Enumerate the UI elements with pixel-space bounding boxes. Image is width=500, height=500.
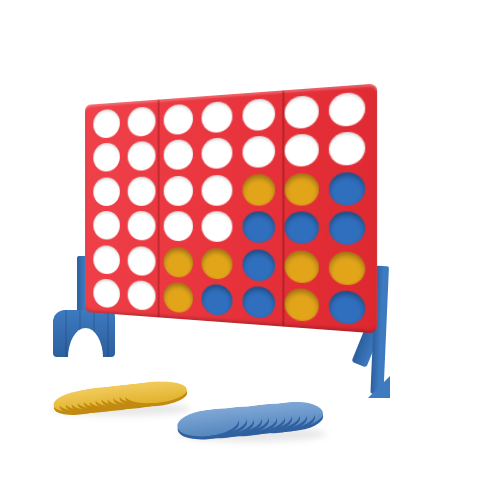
board-cell-c6-r2[interactable] [279, 130, 323, 170]
board-cell-c1-r2[interactable] [90, 140, 124, 175]
blue-disc-in-board [202, 284, 233, 316]
empty-hole [128, 211, 156, 240]
board-cell-c2-r2[interactable] [124, 138, 160, 174]
board-cell-c4-r1[interactable] [198, 97, 238, 136]
board-cell-c3-r1[interactable] [160, 100, 198, 138]
product-photo-stage [0, 0, 500, 500]
yellow-disc-in-board [329, 251, 365, 285]
empty-hole [202, 138, 233, 170]
empty-hole [128, 280, 156, 311]
yellow-disc-in-board [202, 248, 233, 280]
board-cell-c6-r6[interactable] [279, 285, 323, 326]
empty-hole [164, 175, 193, 205]
yellow-disc-in-board [284, 288, 318, 322]
empty-hole [164, 139, 193, 170]
empty-hole [202, 101, 233, 133]
board-cell-c1-r4[interactable] [90, 209, 124, 243]
empty-hole [164, 103, 193, 135]
board-cell-c7-r5[interactable] [324, 248, 371, 289]
board-cell-c5-r1[interactable] [238, 94, 280, 134]
yellow-disc-in-board [164, 247, 193, 278]
panel-seam-right [282, 90, 284, 326]
board-cell-c1-r1[interactable] [90, 105, 124, 141]
panel-seam-left [158, 100, 160, 318]
empty-hole [202, 175, 233, 206]
blue-disc-in-board [242, 212, 274, 244]
board-cell-c2-r4[interactable] [124, 209, 160, 244]
empty-hole [93, 245, 120, 274]
empty-hole [93, 177, 120, 206]
board-cell-c6-r5[interactable] [279, 247, 323, 287]
empty-hole [329, 91, 365, 126]
blue-disc-in-board [242, 249, 274, 282]
board-cell-c3-r4[interactable] [160, 209, 198, 245]
board-cell-c7-r4[interactable] [324, 209, 371, 249]
empty-hole [93, 143, 120, 172]
board-cell-c3-r5[interactable] [160, 244, 198, 281]
board-cell-c5-r3[interactable] [238, 170, 280, 208]
yellow-disc-in-board [164, 282, 193, 314]
board-cell-c2-r5[interactable] [124, 243, 160, 279]
board-cell-c7-r6[interactable] [324, 287, 371, 329]
left-foot-arch-cutout [68, 328, 103, 357]
empty-hole [164, 211, 193, 241]
board-cell-c7-r2[interactable] [324, 128, 371, 169]
board-cell-c2-r6[interactable] [124, 277, 160, 314]
board-cell-c2-r3[interactable] [124, 173, 160, 208]
board-cell-c1-r6[interactable] [90, 276, 124, 312]
yellow-disc-in-board [284, 173, 318, 206]
board-cell-c7-r1[interactable] [324, 88, 371, 130]
board-cell-c3-r3[interactable] [160, 172, 198, 208]
board-cell-c4-r6[interactable] [198, 281, 238, 320]
empty-hole [128, 141, 156, 171]
board-cell-c5-r2[interactable] [238, 132, 280, 171]
empty-hole [93, 211, 120, 240]
empty-hole [284, 95, 318, 129]
board-cell-c6-r1[interactable] [279, 91, 323, 132]
board-cell-c6-r4[interactable] [279, 209, 323, 248]
empty-hole [284, 134, 318, 168]
board-grid [85, 84, 377, 334]
board-cell-c5-r6[interactable] [238, 283, 280, 323]
board-cell-c1-r5[interactable] [90, 242, 124, 277]
board-cell-c4-r4[interactable] [198, 209, 238, 246]
empty-hole [93, 279, 120, 309]
board-cell-c2-r1[interactable] [124, 103, 160, 140]
empty-hole [242, 136, 274, 169]
board-cell-c4-r5[interactable] [198, 245, 238, 283]
empty-hole [329, 132, 365, 166]
empty-hole [242, 98, 274, 131]
board-cell-c3-r2[interactable] [160, 136, 198, 173]
board-cell-c3-r6[interactable] [160, 279, 198, 317]
board-cell-c1-r3[interactable] [90, 174, 124, 208]
blue-disc-in-board [329, 290, 365, 325]
yellow-disc-in-board [284, 250, 318, 284]
board-cell-c4-r3[interactable] [198, 171, 238, 208]
board-cell-c7-r3[interactable] [324, 168, 371, 208]
yellow-disc-in-board [242, 174, 274, 206]
empty-hole [93, 108, 120, 138]
board-cell-c4-r2[interactable] [198, 134, 238, 172]
board-cell-c6-r3[interactable] [279, 169, 323, 208]
empty-hole [128, 176, 156, 205]
blue-disc-in-board [242, 286, 274, 319]
blue-disc-in-board [329, 172, 365, 206]
blue-disc-in-board [329, 212, 365, 246]
empty-hole [128, 246, 156, 276]
blue-disc-in-board [284, 212, 318, 245]
empty-hole [202, 211, 233, 242]
board-cell-c5-r4[interactable] [238, 209, 280, 247]
left-arch-foot [53, 310, 115, 357]
connect-four-board [85, 84, 377, 334]
empty-hole [128, 106, 156, 137]
board-cell-c5-r5[interactable] [238, 246, 280, 285]
